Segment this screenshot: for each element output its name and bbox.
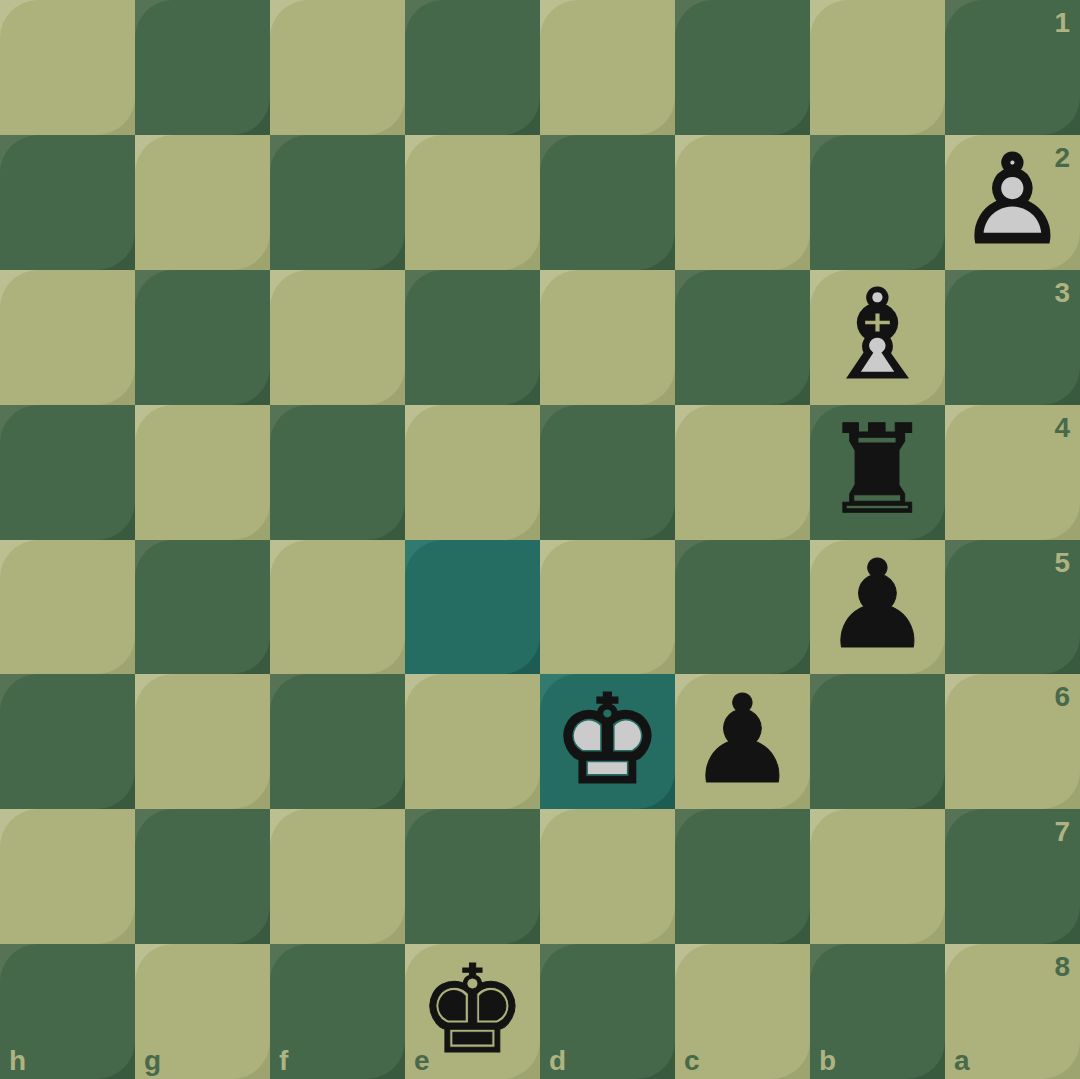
square-a2[interactable]: ♟♙2 bbox=[945, 135, 1080, 270]
square-surface bbox=[405, 405, 540, 540]
square-c6[interactable]: ♟ bbox=[675, 674, 810, 809]
square-e7[interactable] bbox=[405, 809, 540, 944]
square-b1[interactable] bbox=[810, 0, 945, 135]
square-surface bbox=[0, 0, 135, 135]
black-pawn-glyph: ♟ bbox=[688, 679, 797, 801]
square-g5[interactable] bbox=[135, 540, 270, 675]
square-surface bbox=[675, 405, 810, 540]
square-surface bbox=[540, 0, 675, 135]
white-king-outline-glyph: ♔ bbox=[553, 679, 662, 801]
square-surface bbox=[810, 135, 945, 270]
square-c7[interactable] bbox=[675, 809, 810, 944]
square-a8[interactable]: 8a bbox=[945, 944, 1080, 1079]
black-pawn-piece[interactable]: ♟ bbox=[675, 677, 810, 809]
square-surface bbox=[405, 540, 540, 675]
square-surface bbox=[270, 674, 405, 809]
rank-label-7: 7 bbox=[1054, 816, 1070, 848]
square-surface bbox=[135, 270, 270, 405]
square-f7[interactable] bbox=[270, 809, 405, 944]
square-surface bbox=[675, 540, 810, 675]
square-surface bbox=[135, 809, 270, 944]
square-g8[interactable]: g bbox=[135, 944, 270, 1079]
square-g3[interactable] bbox=[135, 270, 270, 405]
white-pawn-outline-glyph: ♙ bbox=[958, 139, 1067, 261]
square-surface bbox=[0, 135, 135, 270]
square-surface bbox=[270, 0, 405, 135]
square-f1[interactable] bbox=[270, 0, 405, 135]
square-surface bbox=[270, 270, 405, 405]
square-c2[interactable] bbox=[675, 135, 810, 270]
file-label-a: a bbox=[954, 1045, 970, 1077]
square-surface bbox=[405, 0, 540, 135]
file-label-c: c bbox=[684, 1045, 700, 1077]
square-f2[interactable] bbox=[270, 135, 405, 270]
square-surface bbox=[675, 270, 810, 405]
square-surface bbox=[540, 135, 675, 270]
square-surface bbox=[0, 405, 135, 540]
file-label-f: f bbox=[279, 1045, 288, 1077]
white-king-piece[interactable]: ♚♔ bbox=[540, 677, 675, 809]
square-surface bbox=[135, 405, 270, 540]
square-e4[interactable] bbox=[405, 405, 540, 540]
square-e1[interactable] bbox=[405, 0, 540, 135]
square-c1[interactable] bbox=[675, 0, 810, 135]
square-h7[interactable] bbox=[0, 809, 135, 944]
square-surface bbox=[0, 540, 135, 675]
square-g6[interactable] bbox=[135, 674, 270, 809]
rank-label-8: 8 bbox=[1054, 951, 1070, 983]
square-surface bbox=[270, 540, 405, 675]
square-d7[interactable] bbox=[540, 809, 675, 944]
black-rook-piece[interactable]: ♜ bbox=[810, 408, 945, 540]
square-f6[interactable] bbox=[270, 674, 405, 809]
file-label-e: e bbox=[414, 1045, 430, 1077]
chess-board: 1♟♙2♝♗3♜4♟5♚♔♟67hgf♚edcb8a bbox=[0, 0, 1080, 1079]
square-e2[interactable] bbox=[405, 135, 540, 270]
square-surface bbox=[270, 944, 405, 1079]
square-b5[interactable]: ♟ bbox=[810, 540, 945, 675]
square-surface bbox=[135, 135, 270, 270]
file-label-b: b bbox=[819, 1045, 836, 1077]
square-b3[interactable]: ♝♗ bbox=[810, 270, 945, 405]
file-label-g: g bbox=[144, 1045, 161, 1077]
square-e6[interactable] bbox=[405, 674, 540, 809]
square-f3[interactable] bbox=[270, 270, 405, 405]
square-a3[interactable]: 3 bbox=[945, 270, 1080, 405]
square-b2[interactable] bbox=[810, 135, 945, 270]
black-pawn-piece[interactable]: ♟ bbox=[810, 543, 945, 675]
square-h6[interactable] bbox=[0, 674, 135, 809]
rank-label-5: 5 bbox=[1054, 547, 1070, 579]
square-surface bbox=[135, 0, 270, 135]
square-a6[interactable]: 6 bbox=[945, 674, 1080, 809]
square-h5[interactable] bbox=[0, 540, 135, 675]
white-bishop-piece[interactable]: ♝♗ bbox=[810, 273, 945, 405]
square-surface bbox=[540, 809, 675, 944]
square-surface bbox=[270, 405, 405, 540]
square-e8[interactable]: ♚e bbox=[405, 944, 540, 1079]
square-e3[interactable] bbox=[405, 270, 540, 405]
square-b6[interactable] bbox=[810, 674, 945, 809]
square-surface bbox=[135, 674, 270, 809]
square-surface bbox=[405, 135, 540, 270]
white-bishop-outline-glyph: ♗ bbox=[823, 274, 932, 396]
square-h4[interactable] bbox=[0, 405, 135, 540]
square-surface bbox=[405, 270, 540, 405]
square-surface bbox=[405, 674, 540, 809]
square-d2[interactable] bbox=[540, 135, 675, 270]
square-g4[interactable] bbox=[135, 405, 270, 540]
square-c8[interactable]: c bbox=[675, 944, 810, 1079]
square-surface bbox=[810, 0, 945, 135]
rank-label-2: 2 bbox=[1054, 142, 1070, 174]
square-d1[interactable] bbox=[540, 0, 675, 135]
square-surface bbox=[810, 809, 945, 944]
square-c5[interactable] bbox=[675, 540, 810, 675]
square-surface bbox=[810, 674, 945, 809]
square-h2[interactable] bbox=[0, 135, 135, 270]
square-a4[interactable]: 4 bbox=[945, 405, 1080, 540]
square-surface bbox=[0, 809, 135, 944]
square-c4[interactable] bbox=[675, 405, 810, 540]
square-a7[interactable]: 7 bbox=[945, 809, 1080, 944]
square-f8[interactable]: f bbox=[270, 944, 405, 1079]
square-surface bbox=[405, 809, 540, 944]
square-d6[interactable]: ♚♔ bbox=[540, 674, 675, 809]
square-g1[interactable] bbox=[135, 0, 270, 135]
square-d5[interactable] bbox=[540, 540, 675, 675]
square-surface bbox=[675, 135, 810, 270]
black-rook-glyph: ♜ bbox=[823, 409, 932, 531]
black-pawn-glyph: ♟ bbox=[823, 544, 932, 666]
square-surface bbox=[135, 540, 270, 675]
square-b7[interactable] bbox=[810, 809, 945, 944]
rank-label-3: 3 bbox=[1054, 277, 1070, 309]
square-a1[interactable]: 1 bbox=[945, 0, 1080, 135]
square-surface bbox=[540, 540, 675, 675]
square-b4[interactable]: ♜ bbox=[810, 405, 945, 540]
square-surface bbox=[540, 270, 675, 405]
square-a5[interactable]: 5 bbox=[945, 540, 1080, 675]
square-h8[interactable]: h bbox=[0, 944, 135, 1079]
square-surface bbox=[0, 270, 135, 405]
square-surface bbox=[270, 809, 405, 944]
square-c3[interactable] bbox=[675, 270, 810, 405]
file-label-h: h bbox=[9, 1045, 26, 1077]
square-d3[interactable] bbox=[540, 270, 675, 405]
square-surface bbox=[0, 674, 135, 809]
rank-label-1: 1 bbox=[1054, 7, 1070, 39]
file-label-d: d bbox=[549, 1045, 566, 1077]
square-g2[interactable] bbox=[135, 135, 270, 270]
square-surface bbox=[675, 0, 810, 135]
square-d4[interactable] bbox=[540, 405, 675, 540]
square-h3[interactable] bbox=[0, 270, 135, 405]
square-g7[interactable] bbox=[135, 809, 270, 944]
square-f5[interactable] bbox=[270, 540, 405, 675]
square-f4[interactable] bbox=[270, 405, 405, 540]
rank-label-4: 4 bbox=[1054, 412, 1070, 444]
square-surface bbox=[270, 135, 405, 270]
square-surface bbox=[540, 405, 675, 540]
square-e5[interactable] bbox=[405, 540, 540, 675]
rank-label-6: 6 bbox=[1054, 681, 1070, 713]
black-king-glyph: ♚ bbox=[418, 949, 527, 1071]
square-h1[interactable] bbox=[0, 0, 135, 135]
square-surface bbox=[675, 809, 810, 944]
square-d8[interactable]: d bbox=[540, 944, 675, 1079]
square-b8[interactable]: b bbox=[810, 944, 945, 1079]
